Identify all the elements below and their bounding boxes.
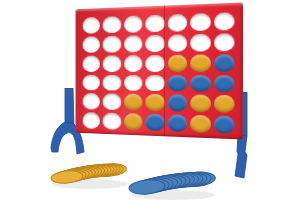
cell-c2r1[interactable] [103, 16, 121, 33]
cell-c7r3[interactable] [214, 54, 235, 72]
cell-c4r6[interactable] [146, 114, 165, 131]
cell-c7r1[interactable] [214, 12, 235, 30]
cell-c6r2[interactable] [190, 34, 210, 52]
connect-four-scene [0, 0, 300, 200]
cell-c7r2[interactable] [214, 33, 235, 51]
cell-c6r1[interactable] [190, 13, 210, 31]
cell-c3r1[interactable] [124, 15, 143, 32]
cell-c3r6[interactable] [124, 113, 143, 130]
cell-c7r4[interactable] [214, 75, 235, 93]
cell-c6r3[interactable] [190, 54, 210, 71]
yellow-disc-stack[interactable] [48, 158, 133, 192]
cell-c3r4[interactable] [124, 74, 143, 91]
cell-c1r3[interactable] [83, 55, 101, 71]
connect-four-board [76, 2, 244, 139]
cell-c7r6[interactable] [214, 116, 235, 134]
cell-c4r5[interactable] [146, 94, 165, 111]
cell-c5r2[interactable] [168, 34, 188, 51]
cell-c1r5[interactable] [83, 93, 101, 110]
cell-c3r2[interactable] [124, 35, 143, 52]
cell-c5r5[interactable] [168, 95, 188, 112]
cell-c2r3[interactable] [103, 55, 121, 71]
cell-c1r2[interactable] [83, 36, 101, 52]
cell-c4r4[interactable] [146, 74, 165, 91]
cell-c5r4[interactable] [168, 75, 188, 92]
cell-c1r4[interactable] [83, 74, 101, 90]
cell-c4r2[interactable] [146, 35, 165, 52]
cell-c2r2[interactable] [103, 36, 121, 53]
board-panel-seam [163, 6, 164, 137]
cell-c5r1[interactable] [168, 14, 188, 32]
cell-c1r6[interactable] [83, 112, 101, 129]
board-grid [83, 12, 235, 134]
cell-c5r3[interactable] [168, 54, 188, 71]
cell-c6r6[interactable] [190, 115, 210, 133]
cell-c4r3[interactable] [146, 55, 165, 72]
blue-disc-stack[interactable] [125, 166, 217, 200]
cell-c5r6[interactable] [168, 114, 188, 132]
cell-c2r4[interactable] [103, 74, 121, 91]
cell-c3r3[interactable] [124, 55, 143, 72]
cell-c7r5[interactable] [214, 95, 235, 113]
cell-c2r6[interactable] [103, 113, 121, 130]
cell-c2r5[interactable] [103, 94, 121, 111]
cell-c1r1[interactable] [83, 17, 101, 34]
cell-c6r4[interactable] [190, 75, 210, 92]
cell-c3r5[interactable] [124, 94, 143, 111]
cell-c4r1[interactable] [146, 15, 165, 32]
cell-c6r5[interactable] [190, 95, 210, 113]
